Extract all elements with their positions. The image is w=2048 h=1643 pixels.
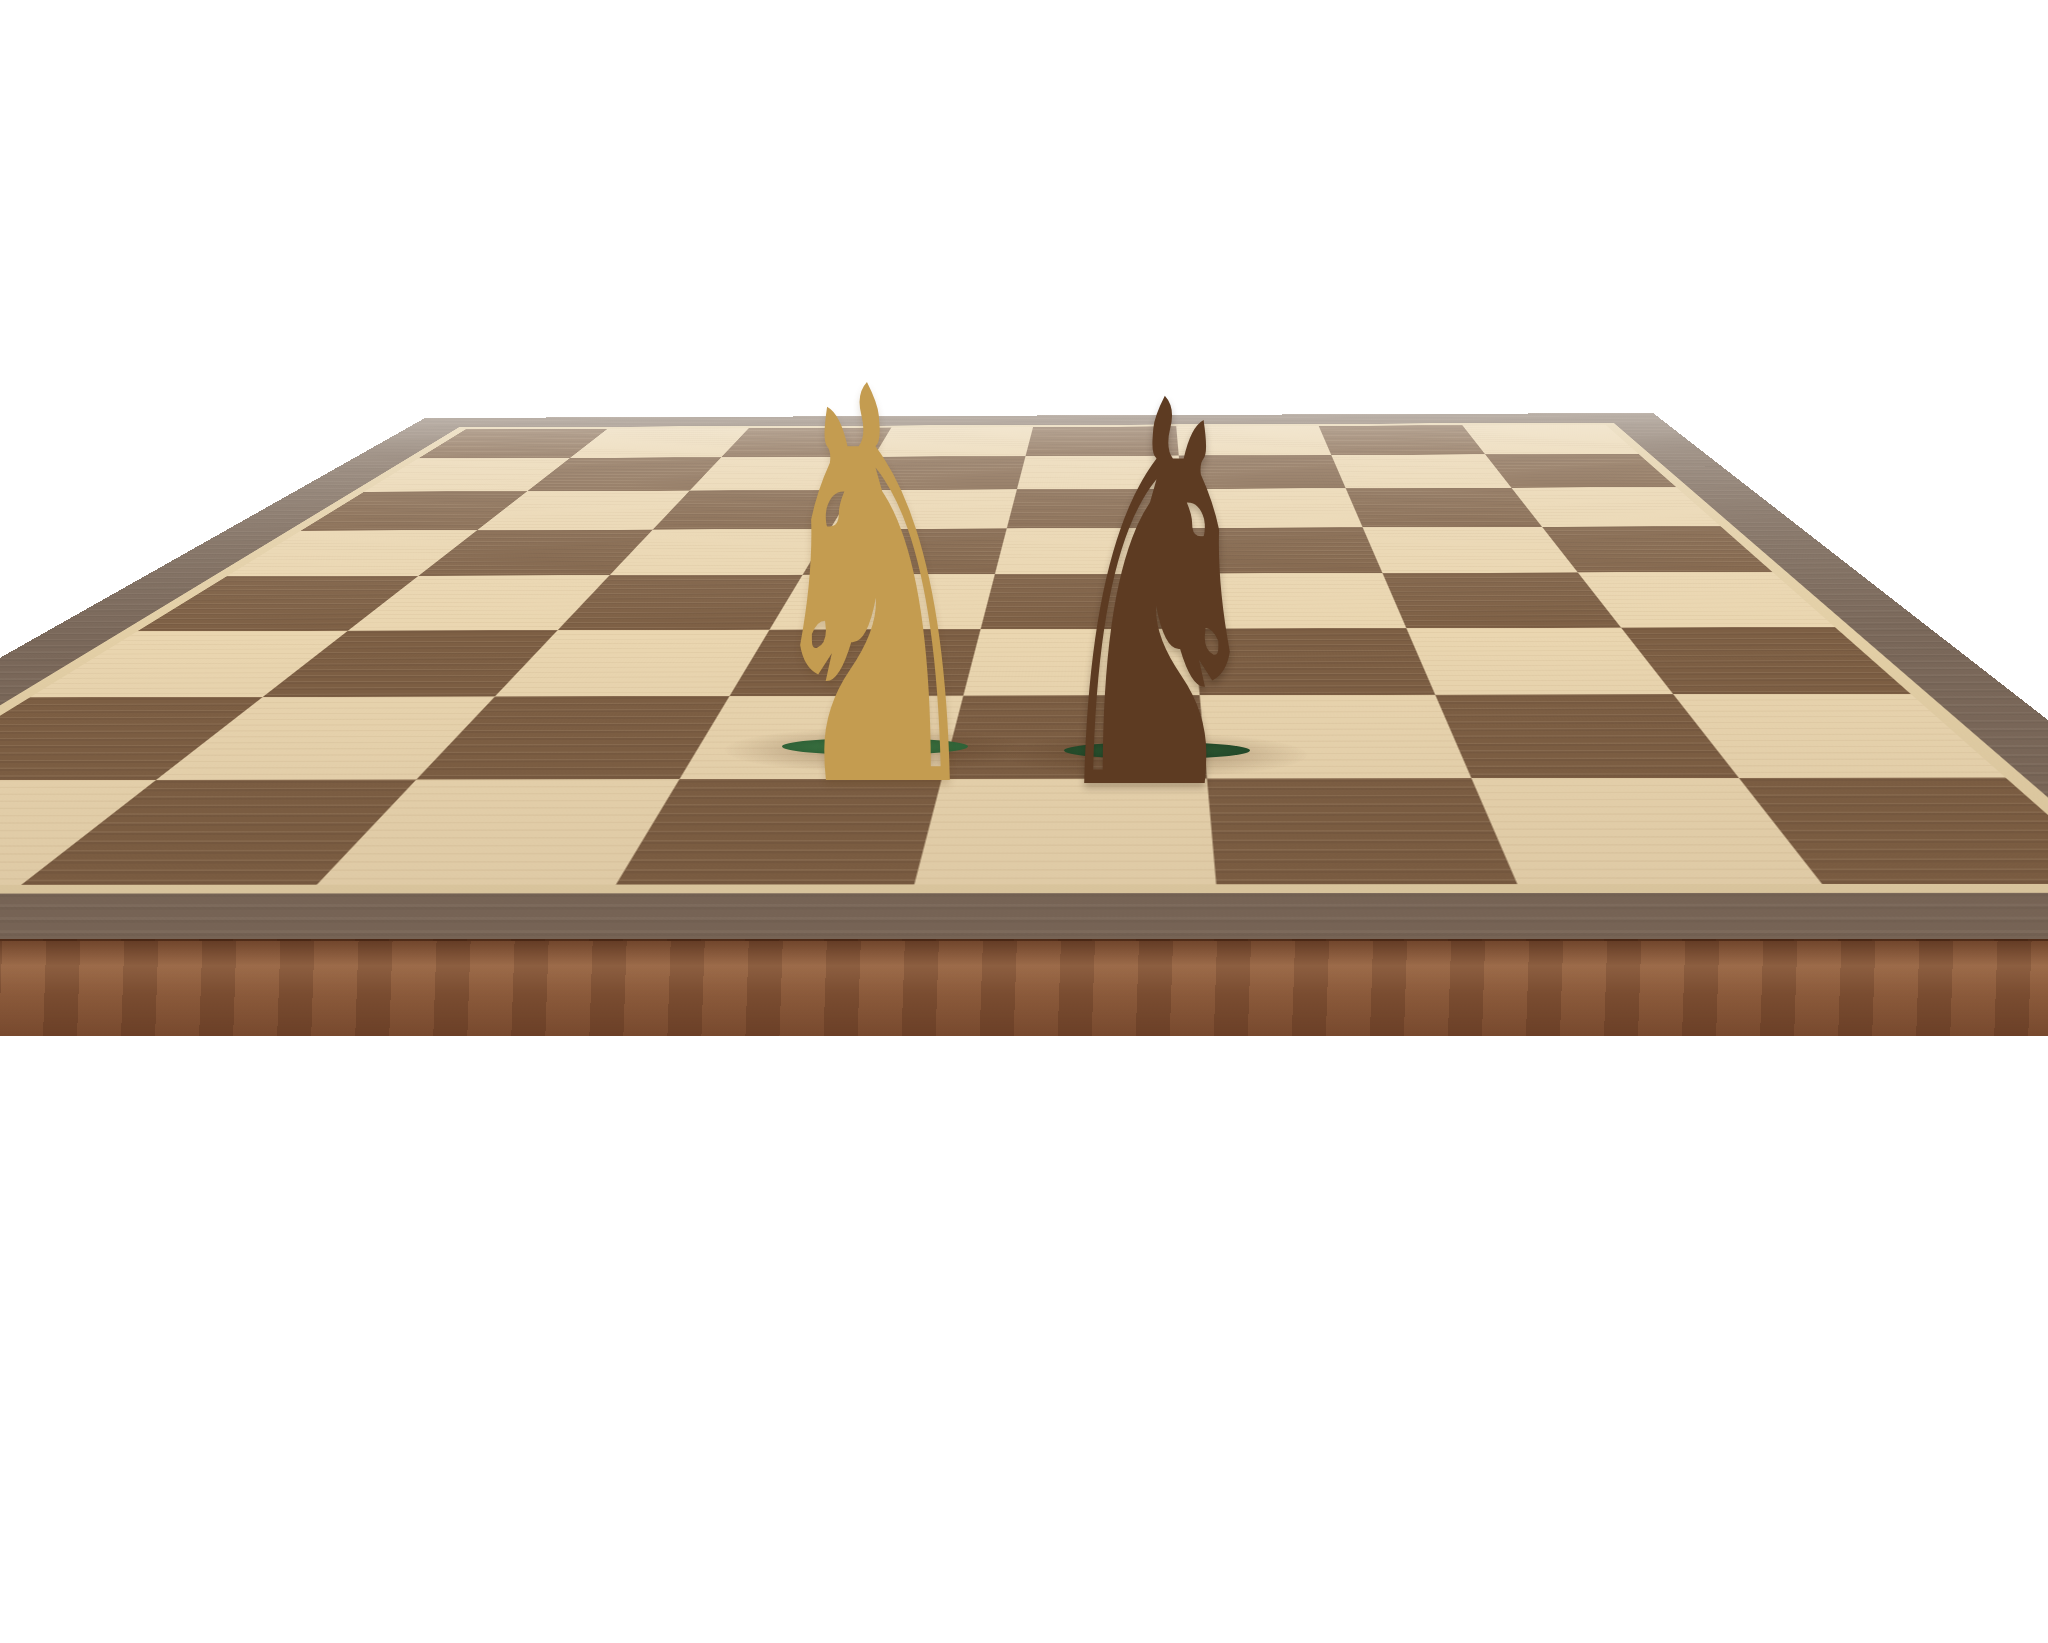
board-square-g5[interactable]	[1363, 527, 1578, 573]
board-square-h5[interactable]	[1541, 526, 1772, 572]
board-square-h7[interactable]	[1485, 454, 1677, 488]
scene: ♞ ♞	[0, 0, 2048, 1643]
board-side-edge	[0, 939, 2048, 1036]
black-knight-glyph: ♞	[1043, 335, 1271, 865]
board-square-h6[interactable]	[1511, 487, 1721, 526]
board-square-h4[interactable]	[1577, 572, 1835, 627]
board-square-h3[interactable]	[1620, 627, 1910, 694]
piece-black-knight[interactable]: ♞	[919, 335, 1394, 865]
board-square-h8[interactable]	[1462, 425, 1638, 455]
